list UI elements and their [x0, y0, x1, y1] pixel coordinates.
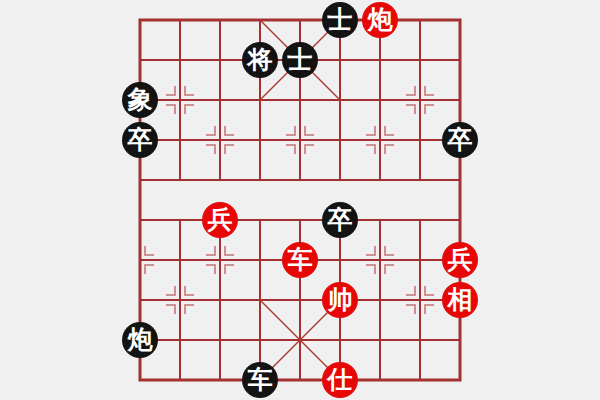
- piece-red-chariot[interactable]: 车: [282, 242, 318, 278]
- xiangqi-board-screenshot: 士炮将士象卒卒兵卒车兵帅相炮车仕: [0, 0, 600, 400]
- piece-black-elephant[interactable]: 象: [122, 82, 158, 118]
- piece-black-soldier[interactable]: 卒: [322, 202, 358, 238]
- piece-black-general[interactable]: 将: [242, 42, 278, 78]
- piece-red-general[interactable]: 帅: [322, 282, 358, 318]
- piece-red-advisor[interactable]: 仕: [322, 362, 358, 398]
- piece-red-soldier[interactable]: 兵: [442, 242, 478, 278]
- piece-black-soldier[interactable]: 卒: [122, 122, 158, 158]
- piece-red-elephant[interactable]: 相: [442, 282, 478, 318]
- xiangqi-board[interactable]: 士炮将士象卒卒兵卒车兵帅相炮车仕: [120, 0, 480, 400]
- piece-black-soldier[interactable]: 卒: [442, 122, 478, 158]
- piece-red-cannon[interactable]: 炮: [362, 2, 398, 38]
- piece-red-soldier[interactable]: 兵: [202, 202, 238, 238]
- piece-black-advisor[interactable]: 士: [282, 42, 318, 78]
- piece-black-chariot[interactable]: 车: [242, 362, 278, 398]
- piece-black-advisor[interactable]: 士: [322, 2, 358, 38]
- piece-black-cannon[interactable]: 炮: [122, 322, 158, 358]
